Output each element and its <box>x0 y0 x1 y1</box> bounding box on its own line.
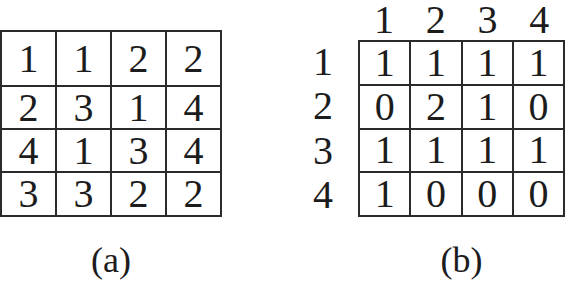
grid-b-cell: 1 <box>514 42 563 84</box>
grid-b-cell: 0 <box>463 173 512 215</box>
grid-b-row-header: 4 <box>300 173 346 217</box>
grid-b-cell: 1 <box>360 173 409 215</box>
panel-a-label: (a) <box>0 238 222 282</box>
grid-a-cell: 4 <box>2 130 55 171</box>
grid-a: 1122231441343322 <box>0 30 222 217</box>
grid-b-row-header: 2 <box>300 84 346 128</box>
grid-b-column-header: 3 <box>462 0 514 43</box>
grid-b-cell: 1 <box>463 86 512 128</box>
grid-a-cell: 1 <box>57 32 110 85</box>
grid-b-column-header: 1 <box>358 0 410 43</box>
grid-a-cell: 3 <box>2 173 55 215</box>
grid-a-cell: 3 <box>112 130 165 171</box>
grid-a-cell: 4 <box>167 87 220 128</box>
grid-b-cell: 0 <box>360 86 409 128</box>
grid-a-cell: 3 <box>57 87 110 128</box>
grid-b-cell: 0 <box>514 86 563 128</box>
grid-b-cell: 1 <box>411 130 460 172</box>
grid-b-cell: 1 <box>360 130 409 172</box>
grid-b-column-headers: 1234 <box>358 0 565 38</box>
grid-a-cell: 1 <box>112 87 165 128</box>
grid-a-cell: 2 <box>112 32 165 85</box>
grid-b-cell: 1 <box>463 130 512 172</box>
grid-b-column-header: 2 <box>410 0 462 43</box>
grid-a-cell: 1 <box>57 130 110 171</box>
grid-b-row-headers: 1234 <box>300 40 346 217</box>
grid-a-cell: 2 <box>2 87 55 128</box>
grid-b-cell: 2 <box>411 86 460 128</box>
grid-b-cell: 1 <box>514 130 563 172</box>
grid-b-cell: 0 <box>514 173 563 215</box>
grid-a-cell: 3 <box>57 173 110 215</box>
grid-a-cell: 2 <box>112 173 165 215</box>
grid-b-row-header: 1 <box>300 40 346 84</box>
figure-two-grids: 1122231441343322 (a) 1234 1234 111102101… <box>0 0 566 282</box>
grid-b-cell: 1 <box>411 42 460 84</box>
grid-a-cell: 1 <box>2 32 55 85</box>
grid-a-cell: 4 <box>167 130 220 171</box>
grid-b-column-header: 4 <box>513 0 565 43</box>
grid-b: 1111021011111000 <box>358 40 565 217</box>
grid-b-cell: 1 <box>463 42 512 84</box>
grid-b-cell: 0 <box>411 173 460 215</box>
grid-a-cell: 2 <box>167 173 220 215</box>
panel-b-label: (b) <box>358 238 565 282</box>
grid-a-cell: 2 <box>167 32 220 85</box>
grid-b-row-header: 3 <box>300 129 346 173</box>
grid-b-cell: 1 <box>360 42 409 84</box>
